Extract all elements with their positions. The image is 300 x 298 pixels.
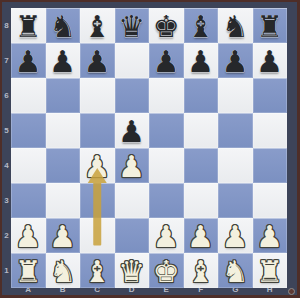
square-a2[interactable]: ♟ [11, 218, 46, 253]
square-d5[interactable]: ♟ [115, 113, 150, 148]
square-a7[interactable]: ♟ [11, 43, 46, 78]
square-h4[interactable] [253, 148, 288, 183]
square-g2[interactable]: ♟ [218, 218, 253, 253]
rank-label-6: 6 [2, 78, 11, 113]
square-e3[interactable] [149, 183, 184, 218]
white-pawn[interactable]: ♟ [49, 218, 76, 254]
square-h6[interactable] [253, 78, 288, 113]
square-a4[interactable] [11, 148, 46, 183]
square-d3[interactable] [115, 183, 150, 218]
square-e1[interactable]: ♚ [149, 253, 184, 288]
square-d8[interactable]: ♛ [115, 8, 150, 43]
square-c2[interactable] [80, 218, 115, 253]
square-g3[interactable] [218, 183, 253, 218]
black-pawn[interactable]: ♟ [256, 43, 283, 79]
white-king[interactable]: ♚ [153, 253, 180, 289]
black-pawn[interactable]: ♟ [15, 43, 42, 79]
black-knight[interactable]: ♞ [49, 8, 76, 44]
square-e7[interactable]: ♟ [149, 43, 184, 78]
rank-label-4: 4 [2, 148, 11, 183]
square-b3[interactable] [46, 183, 81, 218]
square-f4[interactable] [184, 148, 219, 183]
square-d6[interactable] [115, 78, 150, 113]
square-f1[interactable]: ♝ [184, 253, 219, 288]
white-pawn[interactable]: ♟ [153, 218, 180, 254]
square-e5[interactable] [149, 113, 184, 148]
square-e8[interactable]: ♚ [149, 8, 184, 43]
square-g6[interactable] [218, 78, 253, 113]
rank-label-3: 3 [2, 183, 11, 218]
square-b8[interactable]: ♞ [46, 8, 81, 43]
white-pawn[interactable]: ♟ [187, 218, 214, 254]
square-g5[interactable] [218, 113, 253, 148]
black-bishop[interactable]: ♝ [84, 8, 111, 44]
square-c6[interactable] [80, 78, 115, 113]
square-a8[interactable]: ♜ [11, 8, 46, 43]
square-b6[interactable] [46, 78, 81, 113]
square-e2[interactable]: ♟ [149, 218, 184, 253]
white-bishop[interactable]: ♝ [187, 253, 214, 289]
square-b5[interactable] [46, 113, 81, 148]
black-rook[interactable]: ♜ [15, 8, 42, 44]
square-h1[interactable]: ♜ [253, 253, 288, 288]
square-a3[interactable] [11, 183, 46, 218]
square-b7[interactable]: ♟ [46, 43, 81, 78]
white-pawn[interactable]: ♟ [256, 218, 283, 254]
square-e6[interactable] [149, 78, 184, 113]
chess-board[interactable]: ♜♞♝♛♚♝♞♜♟♟♟♟♟♟♟♟♟♟♟♟♟♟♟♟♜♞♝♛♚♝♞♜ [11, 8, 287, 288]
rank-label-5: 5 [2, 113, 11, 148]
square-d2[interactable] [115, 218, 150, 253]
square-h7[interactable]: ♟ [253, 43, 288, 78]
black-knight[interactable]: ♞ [222, 8, 249, 44]
square-h5[interactable] [253, 113, 288, 148]
square-b2[interactable]: ♟ [46, 218, 81, 253]
square-e4[interactable] [149, 148, 184, 183]
white-pawn[interactable]: ♟ [222, 218, 249, 254]
square-f3[interactable] [184, 183, 219, 218]
square-c8[interactable]: ♝ [80, 8, 115, 43]
square-g8[interactable]: ♞ [218, 8, 253, 43]
square-b4[interactable] [46, 148, 81, 183]
square-c3[interactable] [80, 183, 115, 218]
black-pawn[interactable]: ♟ [222, 43, 249, 79]
square-g7[interactable]: ♟ [218, 43, 253, 78]
rank-label-1: 1 [2, 253, 11, 288]
square-f6[interactable] [184, 78, 219, 113]
black-pawn[interactable]: ♟ [153, 43, 180, 79]
rank-label-2: 2 [2, 218, 11, 253]
white-bishop[interactable]: ♝ [84, 253, 111, 289]
square-d7[interactable] [115, 43, 150, 78]
black-pawn[interactable]: ♟ [187, 43, 214, 79]
black-rook[interactable]: ♜ [256, 8, 283, 44]
black-pawn[interactable]: ♟ [84, 43, 111, 79]
white-pawn[interactable]: ♟ [15, 218, 42, 254]
square-g4[interactable] [218, 148, 253, 183]
white-rook[interactable]: ♜ [15, 253, 42, 289]
square-c1[interactable]: ♝ [80, 253, 115, 288]
chess-board-widget: 87654321 ABCDEFGH ♜♞♝♛♚♝♞♜♟♟♟♟♟♟♟♟♟♟♟♟♟♟… [0, 0, 300, 298]
black-king[interactable]: ♚ [153, 8, 180, 44]
square-h8[interactable]: ♜ [253, 8, 288, 43]
rank-label-7: 7 [2, 43, 11, 78]
square-h2[interactable]: ♟ [253, 218, 288, 253]
square-d4[interactable]: ♟ [115, 148, 150, 183]
white-pawn[interactable]: ♟ [118, 148, 145, 184]
black-bishop[interactable]: ♝ [187, 8, 214, 44]
resize-handle-dot[interactable] [288, 288, 295, 295]
white-pawn[interactable]: ♟ [84, 148, 111, 184]
square-f5[interactable] [184, 113, 219, 148]
square-f7[interactable]: ♟ [184, 43, 219, 78]
white-queen[interactable]: ♛ [118, 253, 145, 289]
square-c5[interactable] [80, 113, 115, 148]
square-a6[interactable] [11, 78, 46, 113]
white-knight[interactable]: ♞ [49, 253, 76, 289]
square-a5[interactable] [11, 113, 46, 148]
square-f2[interactable]: ♟ [184, 218, 219, 253]
square-h3[interactable] [253, 183, 288, 218]
square-g1[interactable]: ♞ [218, 253, 253, 288]
square-f8[interactable]: ♝ [184, 8, 219, 43]
white-knight[interactable]: ♞ [222, 253, 249, 289]
square-c4[interactable]: ♟ [80, 148, 115, 183]
square-a1[interactable]: ♜ [11, 253, 46, 288]
black-queen[interactable]: ♛ [118, 8, 145, 44]
black-pawn[interactable]: ♟ [118, 113, 145, 149]
rank-label-8: 8 [2, 8, 11, 43]
square-c7[interactable]: ♟ [80, 43, 115, 78]
square-b1[interactable]: ♞ [46, 253, 81, 288]
square-d1[interactable]: ♛ [115, 253, 150, 288]
black-pawn[interactable]: ♟ [49, 43, 76, 79]
board-border-panel: 87654321 ABCDEFGH ♜♞♝♛♚♝♞♜♟♟♟♟♟♟♟♟♟♟♟♟♟♟… [2, 2, 297, 295]
white-rook[interactable]: ♜ [256, 253, 283, 289]
